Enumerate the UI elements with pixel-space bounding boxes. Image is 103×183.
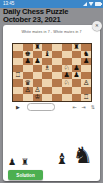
banner-piece-icon: ♟	[8, 158, 16, 167]
white-knight[interactable]: ♘	[63, 79, 69, 86]
banner-piece-icon: ♜	[21, 158, 29, 167]
square-e1[interactable]	[52, 94, 62, 101]
playback-toolbar: ▶ ⇤ ⇥ ⇅	[3, 102, 100, 112]
square-e4[interactable]	[52, 72, 62, 79]
square-f2[interactable]	[62, 87, 72, 94]
black-bishop[interactable]: ♝	[44, 51, 50, 58]
white-pawn[interactable]: ♙	[34, 87, 40, 94]
square-c6[interactable]: ♟	[33, 58, 43, 65]
square-f1[interactable]	[62, 94, 72, 101]
square-h3[interactable]: ♙	[81, 79, 91, 86]
square-h2[interactable]	[81, 87, 91, 94]
white-rook[interactable]: ♖	[15, 72, 21, 79]
white-pawn[interactable]: ♙	[24, 87, 30, 94]
square-g4[interactable]: ♟	[72, 72, 82, 79]
square-d2[interactable]	[42, 87, 52, 94]
square-a8[interactable]	[13, 44, 23, 51]
square-g5[interactable]: ♟	[72, 65, 82, 72]
black-queen[interactable]: ♛	[24, 79, 30, 86]
square-h7[interactable]: ♞	[81, 51, 91, 58]
square-c7[interactable]	[33, 51, 43, 58]
square-b6[interactable]: ♟	[23, 58, 33, 65]
card-close-button[interactable]: ✕	[92, 21, 102, 31]
square-b1[interactable]	[23, 94, 33, 101]
black-pawn[interactable]: ♟	[24, 58, 30, 65]
square-f7[interactable]	[62, 51, 72, 58]
square-d5[interactable]: ♗	[42, 65, 52, 72]
square-b4[interactable]	[23, 72, 33, 79]
square-h4[interactable]	[81, 72, 91, 79]
close-icon: ✕	[95, 21, 99, 31]
wifi-icon	[89, 2, 94, 6]
square-b5[interactable]	[23, 65, 33, 72]
square-h6[interactable]: ♟	[81, 58, 91, 65]
black-pawn[interactable]: ♟	[73, 72, 79, 79]
square-b2[interactable]: ♙	[23, 87, 33, 94]
puzzle-date: October 23, 2021	[3, 16, 103, 24]
square-f5[interactable]: ♘	[62, 65, 72, 72]
square-d6[interactable]	[42, 58, 52, 65]
step-back-icon[interactable]: ⇤	[72, 102, 76, 112]
puzzle-card: White mates in 7 - White mates in 7 ♜♜♚♝…	[3, 25, 100, 181]
flip-board-icon[interactable]: ⇅	[91, 102, 95, 112]
square-g8[interactable]: ♜	[72, 44, 82, 51]
square-b3[interactable]: ♛	[23, 79, 33, 86]
play-icon[interactable]: ▶	[16, 102, 20, 112]
banner-piece-icon: ♞	[73, 144, 94, 167]
square-e7[interactable]	[52, 51, 62, 58]
battery-icon	[95, 2, 101, 6]
square-d1[interactable]	[42, 94, 52, 101]
black-pawn[interactable]: ♟	[63, 72, 69, 79]
black-knight[interactable]: ♞	[83, 51, 89, 58]
square-d4[interactable]	[42, 72, 52, 79]
square-b8[interactable]	[23, 44, 33, 51]
banner-piece-icon: ♝	[55, 152, 68, 167]
square-c3[interactable]	[33, 79, 43, 86]
signal-icon	[83, 2, 87, 6]
square-c8[interactable]: ♜	[33, 44, 43, 51]
black-rook[interactable]: ♜	[34, 44, 40, 51]
square-g6[interactable]	[72, 58, 82, 65]
square-a4[interactable]: ♖	[13, 72, 23, 79]
square-a6[interactable]	[13, 58, 23, 65]
square-e5[interactable]	[52, 65, 62, 72]
square-h5[interactable]	[81, 65, 91, 72]
square-e3[interactable]	[52, 79, 62, 86]
white-bishop[interactable]: ♗	[44, 65, 50, 72]
square-c4[interactable]	[33, 72, 43, 79]
solution-button[interactable]: Solution	[8, 170, 43, 180]
white-king[interactable]: ♔	[34, 94, 40, 101]
promo-banner[interactable]: ♟♜♝♞	[3, 135, 100, 167]
square-a1[interactable]	[13, 94, 23, 101]
square-e8[interactable]	[52, 44, 62, 51]
square-b7[interactable]: ♚	[23, 51, 33, 58]
square-g7[interactable]	[72, 51, 82, 58]
square-e6[interactable]	[52, 58, 62, 65]
square-d8[interactable]	[42, 44, 52, 51]
page-title: Daily Chess Puzzle October 23, 2021	[3, 8, 103, 24]
black-pawn[interactable]: ♟	[83, 58, 89, 65]
square-d7[interactable]: ♝	[42, 51, 52, 58]
black-pawn[interactable]: ♟	[73, 65, 79, 72]
square-d3[interactable]	[42, 79, 52, 86]
move-progress-bar[interactable]	[27, 103, 55, 111]
square-f4[interactable]: ♟	[62, 72, 72, 79]
phone-screen: 13:45 Daily Chess Puzzle October 23, 202…	[0, 0, 103, 183]
square-g3[interactable]	[72, 79, 82, 86]
white-knight[interactable]: ♘	[63, 65, 69, 72]
black-king[interactable]: ♚	[24, 51, 30, 58]
square-a2[interactable]	[13, 87, 23, 94]
chess-board[interactable]: ♜♜♚♝♞♟♟♟♗♘♟♖♟♟♛♘♙♙♙♔♖	[12, 43, 92, 102]
black-rook[interactable]: ♜	[73, 44, 79, 51]
square-a5[interactable]	[13, 65, 23, 72]
square-f3[interactable]: ♘	[62, 79, 72, 86]
square-h1[interactable]: ♖	[81, 94, 91, 101]
square-h8[interactable]	[81, 44, 91, 51]
square-c5[interactable]	[33, 65, 43, 72]
square-c1[interactable]: ♔	[33, 94, 43, 101]
square-a7[interactable]	[13, 51, 23, 58]
square-f6[interactable]	[62, 58, 72, 65]
step-forward-icon[interactable]: ⇥	[82, 102, 86, 112]
square-a3[interactable]	[13, 79, 23, 86]
square-g1[interactable]	[72, 94, 82, 101]
square-c2[interactable]: ♙	[33, 87, 43, 94]
black-pawn[interactable]: ♟	[34, 58, 40, 65]
square-f8[interactable]	[62, 44, 72, 51]
square-g2[interactable]	[72, 87, 82, 94]
puzzle-instruction: White mates in 7 - White mates in 7	[3, 30, 100, 34]
square-e2[interactable]	[52, 87, 62, 94]
status-icons	[83, 2, 101, 6]
white-rook[interactable]: ♖	[83, 94, 89, 101]
white-pawn[interactable]: ♙	[83, 79, 89, 86]
